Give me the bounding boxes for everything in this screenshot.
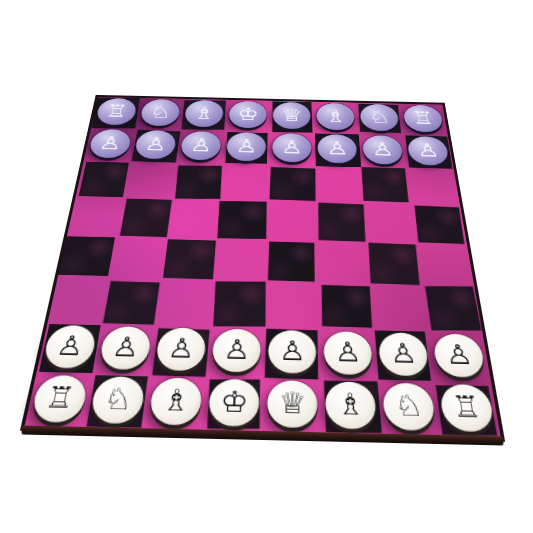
pawn-glyph: ♙ [389,339,419,367]
square-d1: ♔ [203,377,264,433]
square-a8: ♖ [91,97,141,129]
square-e7: ♙ [269,132,315,166]
piece-e8-black-queen: ♕ [273,102,311,130]
square-e2: ♙ [264,328,321,379]
square-f1: ♗ [321,379,382,435]
square-b3 [102,279,162,326]
square-h4 [417,243,474,286]
dark-square-paint [369,243,420,285]
piece-c7-black-pawn: ♙ [180,131,222,160]
square-b6 [124,162,176,199]
square-g8: ♘ [356,103,403,135]
square-g4 [367,242,422,285]
pawn-glyph: ♙ [279,337,306,364]
piece-d8-black-king: ♔ [228,101,267,128]
pawn-glyph: ♙ [416,141,441,160]
bishop-glyph: ♗ [161,385,192,415]
square-a5 [67,197,124,237]
dark-square-paint [268,241,315,281]
piece-e1-white-queen: ♕ [267,380,318,428]
pawn-glyph: ♙ [54,332,86,359]
dark-square-paint [175,165,221,198]
square-d2: ♙ [207,327,265,378]
rook-glyph: ♖ [411,109,435,126]
pawn-glyph: ♙ [110,333,141,360]
pawn-glyph: ♙ [223,336,251,363]
dark-square-paint [319,202,366,241]
bishop-glyph: ♗ [336,389,366,419]
rook-glyph: ♖ [450,391,483,421]
piece-a7-black-pawn: ♙ [88,129,133,158]
square-e5 [267,201,317,241]
square-f2: ♙ [319,329,377,380]
dark-square-paint [79,162,129,197]
piece-f2-white-pawn: ♙ [323,331,373,375]
square-h8: ♖ [399,104,448,136]
knight-glyph: ♘ [149,103,173,120]
square-d6 [220,164,269,201]
chess-board-scene: ♖♘♗♔♕♗♘♖♙♙♙♙♙♙♙♙♙♙♙♙♙♙♙♙♖♘♗♔♕♗♘♖ [63,36,472,445]
square-d3 [211,281,266,328]
square-d4 [214,239,267,282]
pawn-glyph: ♙ [166,334,195,361]
pawn-glyph: ♙ [326,139,349,157]
piece-g7-black-pawn: ♙ [362,135,404,165]
square-c2: ♙ [150,325,210,376]
square-b7: ♙ [130,129,180,163]
square-d7: ♙ [222,131,269,165]
square-b2: ♙ [93,324,156,375]
square-c6 [172,163,223,200]
dark-square-paint [218,201,268,239]
queen-glyph: ♕ [281,106,302,123]
square-c7: ♙ [176,130,225,164]
square-a3 [48,277,110,324]
square-h1: ♖ [434,382,501,438]
square-g1: ♘ [378,381,442,437]
square-c8: ♗ [180,99,227,131]
square-e6 [268,165,316,202]
square-h7: ♙ [403,135,453,170]
square-c3 [156,280,214,327]
pawn-glyph: ♙ [443,340,474,368]
dark-square-paint [269,167,315,201]
piece-h8-black-rook: ♖ [402,105,444,133]
knight-glyph: ♘ [102,384,134,414]
square-b4 [110,237,167,280]
square-e3 [265,282,319,329]
pawn-glyph: ♙ [334,338,362,366]
king-glyph: ♔ [219,386,249,416]
bishop-glyph: ♗ [325,107,347,124]
knight-glyph: ♘ [393,390,424,420]
rook-glyph: ♖ [43,382,77,412]
square-h3 [422,286,482,333]
dark-square-paint [362,167,409,202]
square-a6 [76,161,130,198]
pawn-glyph: ♙ [143,135,168,153]
square-f3 [318,283,374,330]
knight-glyph: ♘ [368,108,391,125]
piece-f8-black-bishop: ♗ [316,103,355,131]
piece-c1-white-bishop: ♗ [148,377,203,425]
square-h5 [412,204,467,244]
piece-d2-white-pawn: ♙ [211,329,261,373]
square-f8: ♗ [313,102,358,134]
square-g3 [370,285,428,332]
pawn-glyph: ♙ [235,137,258,155]
dark-square-paint [425,286,481,330]
rook-glyph: ♖ [104,102,128,119]
square-c4 [162,238,217,281]
square-g6 [361,167,412,204]
pawn-glyph: ♙ [189,136,213,154]
square-g2: ♙ [374,330,435,381]
square-a1: ♖ [24,373,93,429]
piece-e2-white-pawn: ♙ [268,330,317,374]
dark-square-paint [163,239,216,279]
pawn-glyph: ♙ [371,140,395,159]
square-a7: ♙ [84,128,136,162]
dark-square-paint [58,236,115,276]
chess-board: ♖♘♗♔♕♗♘♖♙♙♙♙♙♙♙♙♙♙♙♙♙♙♙♙♖♘♗♔♕♗♘♖ [24,97,501,438]
square-a2: ♙ [36,323,101,374]
square-f4 [317,241,370,284]
pawn-glyph: ♙ [281,138,303,156]
piece-a1-white-rook: ♖ [30,375,89,423]
dark-square-paint [414,205,464,243]
square-d8: ♔ [225,100,270,132]
square-e4 [266,240,318,283]
square-b5 [117,198,172,238]
photo-backdrop: ♖♘♗♔♕♗♘♖♙♙♙♙♙♙♙♙♙♙♙♙♙♙♙♙♖♘♗♔♕♗♘♖ [0,0,533,533]
square-g5 [364,203,417,243]
square-h2: ♙ [428,332,491,383]
square-b8: ♘ [136,98,184,130]
dark-square-paint [213,282,266,327]
square-d5 [217,200,268,240]
piece-b2-white-pawn: ♙ [98,326,152,370]
square-f5 [316,202,367,242]
square-e1: ♕ [263,378,323,434]
square-a4 [58,235,117,278]
king-glyph: ♔ [237,105,259,122]
piece-b8-black-knight: ♘ [139,99,181,126]
square-h6 [407,168,460,205]
square-c5 [167,199,220,239]
square-c1: ♗ [143,375,207,431]
square-f7: ♙ [314,133,361,167]
dark-square-paint [103,281,160,325]
square-f6 [315,166,364,203]
bishop-glyph: ♗ [193,104,216,121]
dark-square-paint [120,198,172,237]
piece-h2-white-pawn: ♙ [432,333,486,377]
dark-square-paint [321,285,371,328]
queen-glyph: ♕ [278,388,306,418]
square-b1: ♘ [84,374,150,430]
square-e8: ♕ [269,101,314,133]
pawn-glyph: ♙ [98,134,123,152]
piece-e7-black-pawn: ♙ [272,133,312,163]
square-g7: ♙ [359,134,408,169]
piece-g1-white-knight: ♘ [382,383,437,431]
